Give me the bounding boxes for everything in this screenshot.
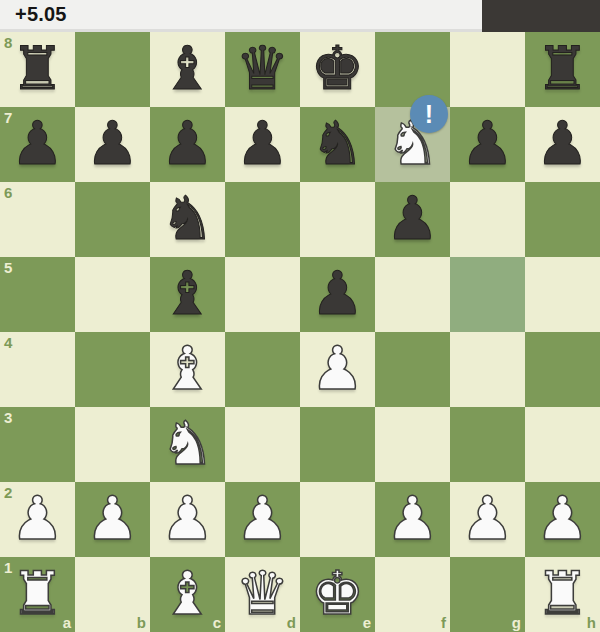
file-label-e: e [363, 615, 371, 630]
file-label-b: b [137, 615, 146, 630]
square-h6[interactable] [525, 182, 600, 257]
square-d6[interactable] [225, 182, 300, 257]
file-label-g: g [512, 615, 521, 630]
square-g3[interactable] [450, 407, 525, 482]
square-a6[interactable]: 6 [0, 182, 75, 257]
square-a3[interactable]: 3 [0, 407, 75, 482]
square-c1[interactable]: ♝c [150, 557, 225, 632]
black-pawn-e5: ♟ [300, 257, 375, 332]
square-d4[interactable] [225, 332, 300, 407]
white-knight-c3: ♞ [150, 407, 225, 482]
white-pawn-h2: ♟ [525, 482, 600, 557]
square-f4[interactable] [375, 332, 450, 407]
square-h1[interactable]: ♜h [525, 557, 600, 632]
square-a7[interactable]: ♟7 [0, 107, 75, 182]
evaluation-bar-white-segment: +5.05 [0, 0, 482, 32]
square-b3[interactable] [75, 407, 150, 482]
square-h2[interactable]: ♟ [525, 482, 600, 557]
square-f5[interactable] [375, 257, 450, 332]
white-bishop-c4: ♝ [150, 332, 225, 407]
square-e4[interactable]: ♟ [300, 332, 375, 407]
square-b1[interactable]: b [75, 557, 150, 632]
square-b6[interactable] [75, 182, 150, 257]
square-a1[interactable]: ♜1a [0, 557, 75, 632]
square-g7[interactable]: ♟ [450, 107, 525, 182]
square-b5[interactable] [75, 257, 150, 332]
square-h5[interactable] [525, 257, 600, 332]
black-pawn-f6: ♟ [375, 182, 450, 257]
square-b2[interactable]: ♟ [75, 482, 150, 557]
square-d7[interactable]: ♟ [225, 107, 300, 182]
square-a2[interactable]: ♟2 [0, 482, 75, 557]
square-e3[interactable] [300, 407, 375, 482]
square-f8[interactable] [375, 32, 450, 107]
white-pawn-b2: ♟ [75, 482, 150, 557]
black-pawn-b7: ♟ [75, 107, 150, 182]
square-e2[interactable] [300, 482, 375, 557]
square-g1[interactable]: g [450, 557, 525, 632]
file-label-f: f [441, 615, 446, 630]
file-label-c: c [213, 615, 221, 630]
square-a8[interactable]: ♜8 [0, 32, 75, 107]
evaluation-score: +5.05 [0, 3, 67, 26]
rank-label-4: 4 [4, 335, 12, 350]
square-b4[interactable] [75, 332, 150, 407]
square-c4[interactable]: ♝ [150, 332, 225, 407]
square-g4[interactable] [450, 332, 525, 407]
file-label-d: d [287, 615, 296, 630]
square-e8[interactable]: ♚ [300, 32, 375, 107]
rank-label-2: 2 [4, 485, 12, 500]
rank-label-1: 1 [4, 560, 12, 575]
square-f6[interactable]: ♟ [375, 182, 450, 257]
file-label-a: a [63, 615, 71, 630]
black-pawn-d7: ♟ [225, 107, 300, 182]
file-label-h: h [587, 615, 596, 630]
rank-label-8: 8 [4, 35, 12, 50]
evaluation-bar: +5.05 [0, 0, 600, 32]
square-h4[interactable] [525, 332, 600, 407]
white-pawn-e4: ♟ [300, 332, 375, 407]
square-f1[interactable]: f [375, 557, 450, 632]
square-d5[interactable] [225, 257, 300, 332]
square-h7[interactable]: ♟ [525, 107, 600, 182]
square-d2[interactable]: ♟ [225, 482, 300, 557]
black-pawn-g7: ♟ [450, 107, 525, 182]
square-f2[interactable]: ♟ [375, 482, 450, 557]
square-c3[interactable]: ♞ [150, 407, 225, 482]
square-f3[interactable] [375, 407, 450, 482]
black-bishop-c8: ♝ [150, 32, 225, 107]
black-pawn-c7: ♟ [150, 107, 225, 182]
square-g8[interactable] [450, 32, 525, 107]
square-b8[interactable] [75, 32, 150, 107]
black-rook-h8: ♜ [525, 32, 600, 107]
square-c2[interactable]: ♟ [150, 482, 225, 557]
square-h3[interactable] [525, 407, 600, 482]
chess-app-screen: +5.05 ♜8♝♛♚♜♟7♟♟♟♞♞♟♟6♞♟5♝♟4♝♟3♞♟2♟♟♟♟♟♟… [0, 0, 600, 632]
square-c5[interactable]: ♝ [150, 257, 225, 332]
black-pawn-h7: ♟ [525, 107, 600, 182]
square-d8[interactable]: ♛ [225, 32, 300, 107]
square-b7[interactable]: ♟ [75, 107, 150, 182]
white-pawn-g2: ♟ [450, 482, 525, 557]
chess-board[interactable]: ♜8♝♛♚♜♟7♟♟♟♞♞♟♟6♞♟5♝♟4♝♟3♞♟2♟♟♟♟♟♟♜1ab♝c… [0, 32, 600, 632]
square-g5[interactable] [450, 257, 525, 332]
square-e6[interactable] [300, 182, 375, 257]
square-d1[interactable]: ♛d [225, 557, 300, 632]
evaluation-bar-black-segment [482, 0, 600, 32]
square-e7[interactable]: ♞ [300, 107, 375, 182]
black-knight-e7: ♞ [300, 107, 375, 182]
rank-label-5: 5 [4, 260, 12, 275]
square-a4[interactable]: 4 [0, 332, 75, 407]
great-move-badge: ! [410, 95, 448, 133]
square-g2[interactable]: ♟ [450, 482, 525, 557]
black-king-e8: ♚ [300, 32, 375, 107]
square-c8[interactable]: ♝ [150, 32, 225, 107]
square-a5[interactable]: 5 [0, 257, 75, 332]
square-c6[interactable]: ♞ [150, 182, 225, 257]
square-g6[interactable] [450, 182, 525, 257]
square-e1[interactable]: ♚e [300, 557, 375, 632]
black-knight-c6: ♞ [150, 182, 225, 257]
rank-label-3: 3 [4, 410, 12, 425]
rank-label-7: 7 [4, 110, 12, 125]
square-h8[interactable]: ♜ [525, 32, 600, 107]
white-pawn-c2: ♟ [150, 482, 225, 557]
black-bishop-c5: ♝ [150, 257, 225, 332]
square-e5[interactable]: ♟ [300, 257, 375, 332]
rank-label-6: 6 [4, 185, 12, 200]
square-d3[interactable] [225, 407, 300, 482]
square-c7[interactable]: ♟ [150, 107, 225, 182]
white-pawn-d2: ♟ [225, 482, 300, 557]
black-queen-d8: ♛ [225, 32, 300, 107]
white-pawn-f2: ♟ [375, 482, 450, 557]
